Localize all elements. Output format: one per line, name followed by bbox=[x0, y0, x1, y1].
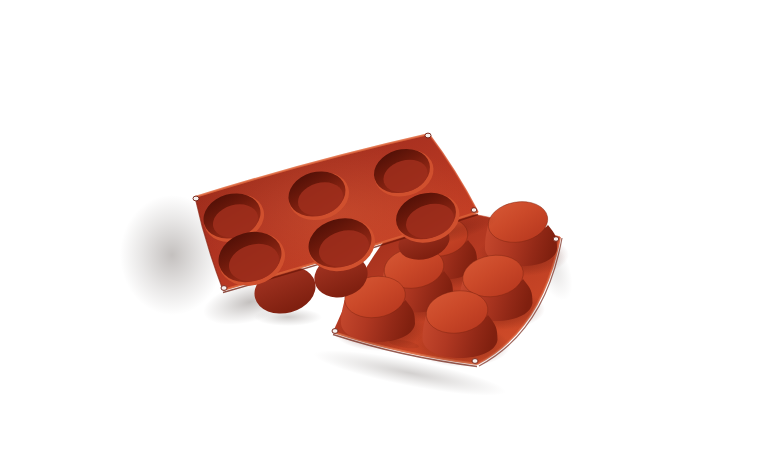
corner-hole bbox=[471, 208, 477, 213]
corner-hole bbox=[193, 196, 199, 201]
corner-hole bbox=[332, 329, 338, 334]
product-photo bbox=[0, 0, 760, 470]
corner-hole bbox=[221, 286, 227, 291]
corner-hole bbox=[472, 359, 478, 364]
corner-hole bbox=[553, 237, 559, 242]
corner-hole bbox=[425, 133, 431, 138]
photo-canvas bbox=[0, 0, 760, 470]
